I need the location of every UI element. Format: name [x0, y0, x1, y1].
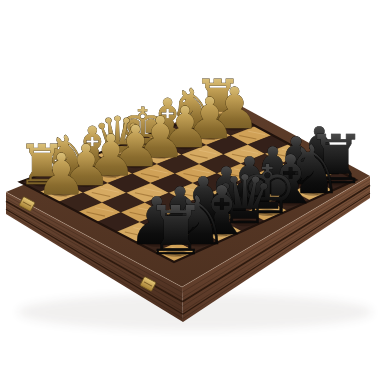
piece-black-rook-a8[interactable]: ♜ — [146, 192, 206, 270]
piece-white-pawn-a2[interactable]: ♟ — [36, 141, 87, 207]
chess-board-scene: ♜♟♞♟♝♟♚♛♟♝♟♟♞♟♜♟♜♟♞♟♟♝♟♚♟♛♟♝♟♞♟♜ — [0, 0, 390, 390]
chess-set-photo: ♜♟♞♟♝♟♚♛♟♝♟♟♞♟♜♟♜♟♞♟♟♝♟♚♟♛♟♝♟♞♟♜ — [0, 0, 390, 390]
